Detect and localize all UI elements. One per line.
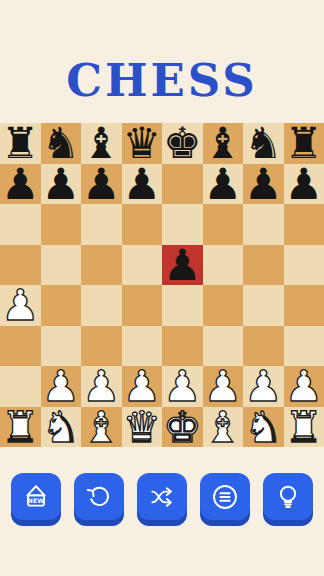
square-h8[interactable]: ♜ <box>284 123 324 164</box>
square-a5[interactable] <box>0 245 41 286</box>
square-e6[interactable] <box>162 204 203 245</box>
piece-black-pawn: ♟ <box>284 164 323 205</box>
square-e7[interactable] <box>162 164 203 205</box>
square-c2[interactable]: ♟ <box>81 366 122 407</box>
page-title: CHESS <box>0 58 324 103</box>
piece-black-pawn: ♟ <box>203 164 242 205</box>
piece-black-knight: ♞ <box>41 123 80 164</box>
square-d7[interactable]: ♟ <box>122 164 163 205</box>
piece-black-queen: ♛ <box>122 123 161 164</box>
square-e1[interactable]: ♚ <box>162 407 203 448</box>
square-c5[interactable] <box>81 245 122 286</box>
square-f7[interactable]: ♟ <box>203 164 244 205</box>
piece-black-bishop: ♝ <box>203 123 242 164</box>
square-h6[interactable] <box>284 204 324 245</box>
square-b4[interactable] <box>41 285 82 326</box>
square-g2[interactable]: ♟ <box>243 366 284 407</box>
piece-black-rook: ♜ <box>1 123 40 164</box>
piece-white-king: ♚ <box>163 407 202 448</box>
square-c7[interactable]: ♟ <box>81 164 122 205</box>
square-a2[interactable] <box>0 366 41 407</box>
piece-white-bishop: ♝ <box>203 407 242 448</box>
piece-white-pawn: ♟ <box>122 366 161 407</box>
square-b3[interactable] <box>41 326 82 367</box>
square-c4[interactable] <box>81 285 122 326</box>
square-c8[interactable]: ♝ <box>81 123 122 164</box>
square-d8[interactable]: ♛ <box>122 123 163 164</box>
piece-white-bishop: ♝ <box>82 407 121 448</box>
piece-black-pawn: ♟ <box>41 164 80 205</box>
square-g5[interactable] <box>243 245 284 286</box>
square-h5[interactable] <box>284 245 324 286</box>
piece-white-pawn: ♟ <box>41 366 80 407</box>
new-sign-icon: NEW <box>22 483 50 511</box>
menu-button[interactable] <box>200 473 250 520</box>
square-f5[interactable] <box>203 245 244 286</box>
square-h2[interactable]: ♟ <box>284 366 324 407</box>
piece-black-pawn: ♟ <box>122 164 161 205</box>
square-g3[interactable] <box>243 326 284 367</box>
shuffle-button[interactable] <box>137 473 187 520</box>
new-sign-label: NEW <box>28 497 45 504</box>
square-d3[interactable] <box>122 326 163 367</box>
square-f8[interactable]: ♝ <box>203 123 244 164</box>
square-b5[interactable] <box>41 245 82 286</box>
square-f4[interactable] <box>203 285 244 326</box>
square-g8[interactable]: ♞ <box>243 123 284 164</box>
piece-black-pawn: ♟ <box>244 164 283 205</box>
piece-white-rook: ♜ <box>284 407 323 448</box>
square-f6[interactable] <box>203 204 244 245</box>
square-b1[interactable]: ♞ <box>41 407 82 448</box>
square-g6[interactable] <box>243 204 284 245</box>
square-d6[interactable] <box>122 204 163 245</box>
square-e3[interactable] <box>162 326 203 367</box>
square-b8[interactable]: ♞ <box>41 123 82 164</box>
piece-black-pawn: ♟ <box>1 164 40 205</box>
piece-white-pawn: ♟ <box>203 366 242 407</box>
square-f3[interactable] <box>203 326 244 367</box>
square-e2[interactable]: ♟ <box>162 366 203 407</box>
square-g1[interactable]: ♞ <box>243 407 284 448</box>
square-e5[interactable]: ♟ <box>162 245 203 286</box>
chess-app: CHESS ♜♞♝♛♚♝♞♜♟♟♟♟♟♟♟♟♟♟♟♟♟♟♟♟♜♞♝♛♚♝♞♜ N… <box>0 0 324 576</box>
square-c1[interactable]: ♝ <box>81 407 122 448</box>
piece-black-pawn: ♟ <box>163 245 202 286</box>
piece-white-rook: ♜ <box>1 407 40 448</box>
square-h1[interactable]: ♜ <box>284 407 324 448</box>
piece-black-pawn: ♟ <box>82 164 121 205</box>
chess-board: ♜♞♝♛♚♝♞♜♟♟♟♟♟♟♟♟♟♟♟♟♟♟♟♟♜♞♝♛♚♝♞♜ <box>0 123 324 447</box>
square-g4[interactable] <box>243 285 284 326</box>
square-a7[interactable]: ♟ <box>0 164 41 205</box>
square-g7[interactable]: ♟ <box>243 164 284 205</box>
square-a6[interactable] <box>0 204 41 245</box>
menu-circle-icon <box>211 483 239 511</box>
piece-black-king: ♚ <box>163 123 202 164</box>
square-c6[interactable] <box>81 204 122 245</box>
piece-white-pawn: ♟ <box>82 366 121 407</box>
square-e4[interactable] <box>162 285 203 326</box>
piece-white-pawn: ♟ <box>1 285 40 326</box>
shuffle-icon <box>148 483 176 511</box>
piece-white-knight: ♞ <box>41 407 80 448</box>
square-a3[interactable] <box>0 326 41 367</box>
square-d1[interactable]: ♛ <box>122 407 163 448</box>
toolbar: NEW <box>0 473 324 520</box>
lightbulb-icon <box>274 483 302 511</box>
piece-white-knight: ♞ <box>244 407 283 448</box>
piece-white-pawn: ♟ <box>163 366 202 407</box>
square-b2[interactable]: ♟ <box>41 366 82 407</box>
piece-white-pawn: ♟ <box>284 366 323 407</box>
undo-button[interactable] <box>74 473 124 520</box>
square-c3[interactable] <box>81 326 122 367</box>
square-d4[interactable] <box>122 285 163 326</box>
square-a4[interactable]: ♟ <box>0 285 41 326</box>
square-e8[interactable]: ♚ <box>162 123 203 164</box>
square-a8[interactable]: ♜ <box>0 123 41 164</box>
square-h7[interactable]: ♟ <box>284 164 324 205</box>
square-f1[interactable]: ♝ <box>203 407 244 448</box>
undo-arrow-icon <box>85 483 113 511</box>
hint-button[interactable] <box>263 473 313 520</box>
piece-black-rook: ♜ <box>284 123 323 164</box>
piece-black-knight: ♞ <box>244 123 283 164</box>
new-game-button[interactable]: NEW <box>11 473 61 520</box>
piece-white-pawn: ♟ <box>244 366 283 407</box>
square-a1[interactable]: ♜ <box>0 407 41 448</box>
piece-white-queen: ♛ <box>122 407 161 448</box>
square-f2[interactable]: ♟ <box>203 366 244 407</box>
square-h3[interactable] <box>284 326 324 367</box>
square-b7[interactable]: ♟ <box>41 164 82 205</box>
piece-black-bishop: ♝ <box>82 123 121 164</box>
square-b6[interactable] <box>41 204 82 245</box>
square-h4[interactable] <box>284 285 324 326</box>
square-d2[interactable]: ♟ <box>122 366 163 407</box>
square-d5[interactable] <box>122 245 163 286</box>
